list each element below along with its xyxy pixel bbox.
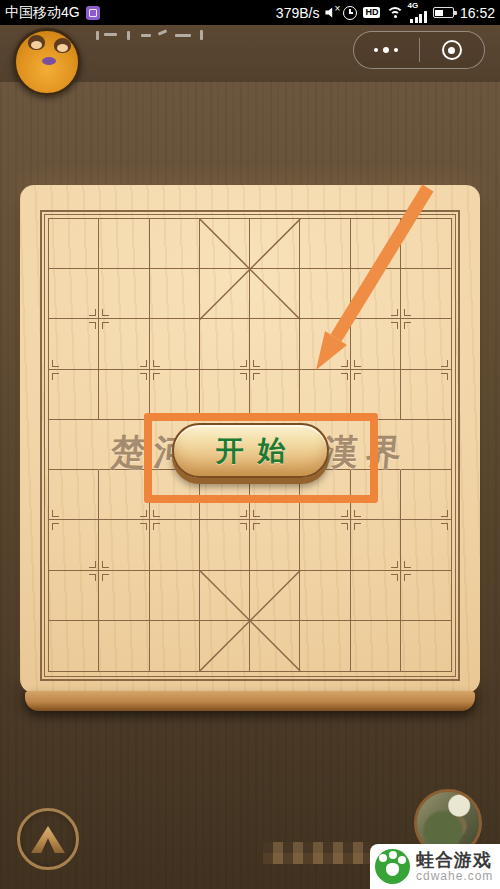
board-cell <box>200 269 250 319</box>
hd-badge: HD <box>363 7 380 18</box>
sim-app-icon <box>86 6 100 20</box>
board-cell <box>200 571 250 621</box>
board-cell <box>300 571 350 621</box>
board-cell <box>150 470 200 520</box>
signal-4g-label: 4G <box>407 1 418 10</box>
board-cell <box>351 269 401 319</box>
board-cell <box>351 520 401 570</box>
mini-program-avatar <box>13 28 81 96</box>
board-cell <box>351 621 401 671</box>
status-right: 379B/s HD 4G 16:52 <box>276 3 495 23</box>
board-cell <box>99 319 149 369</box>
alarm-clock-icon <box>343 6 357 20</box>
board-cell <box>401 621 451 671</box>
board-cell <box>49 269 99 319</box>
back-to-top-button[interactable] <box>17 808 79 870</box>
status-bar: 中国移动4G 379B/s HD 4G 16:52 <box>0 0 500 25</box>
board-cell <box>200 520 250 570</box>
board-cell <box>401 370 451 420</box>
board-cell <box>300 470 350 520</box>
board-cell <box>99 571 149 621</box>
board-cell <box>150 571 200 621</box>
mini-program-capsule <box>353 31 485 69</box>
board-cell <box>200 621 250 671</box>
board-cell <box>99 269 149 319</box>
exit-circle-button[interactable] <box>420 32 485 68</box>
board-cell <box>401 319 451 369</box>
board-cell <box>200 370 250 420</box>
board-cell <box>351 571 401 621</box>
wifi-icon <box>386 6 404 19</box>
mute-icon <box>325 7 337 19</box>
time-label: 16:52 <box>460 5 495 21</box>
net-speed-label: 379B/s <box>276 5 320 21</box>
board-cell <box>250 520 300 570</box>
app-screen: 中国移动4G 379B/s HD 4G 16:52 <box>0 0 500 889</box>
blurred-region <box>263 842 371 864</box>
board-cell <box>49 470 99 520</box>
board-cell <box>49 219 99 269</box>
carrier-label: 中国移动4G <box>5 4 80 22</box>
board-cell <box>250 319 300 369</box>
board-cell <box>250 621 300 671</box>
board-cell <box>150 319 200 369</box>
battery-icon <box>433 7 454 18</box>
more-dots-icon <box>374 47 398 53</box>
board-cell <box>401 470 451 520</box>
board-cell <box>99 621 149 671</box>
start-button[interactable]: 开始 <box>172 423 329 478</box>
chevron-up-icon <box>31 826 65 853</box>
board-cell <box>401 269 451 319</box>
board-cell <box>99 520 149 570</box>
board-cell <box>49 621 99 671</box>
board-cell <box>200 219 250 269</box>
board-cell <box>49 370 99 420</box>
watermark-brand: 蛙合游戏 <box>416 851 493 870</box>
board-cell <box>300 621 350 671</box>
board-cell <box>49 319 99 369</box>
board-cell <box>300 219 350 269</box>
more-button[interactable] <box>354 32 419 68</box>
board-cell <box>150 520 200 570</box>
board-cell <box>150 621 200 671</box>
board-cell <box>351 470 401 520</box>
board-cell <box>150 219 200 269</box>
board-cell <box>49 420 99 470</box>
board-cell <box>99 470 149 520</box>
board-cell <box>200 319 250 369</box>
board-cell <box>99 370 149 420</box>
board-cell <box>351 370 401 420</box>
board-cell <box>250 571 300 621</box>
board-cell <box>401 571 451 621</box>
board-cell <box>401 219 451 269</box>
circle-target-icon <box>442 40 462 60</box>
signal-bars-icon: 4G <box>410 3 427 23</box>
board-cell <box>99 219 149 269</box>
watermark-domain: cdwahe.com <box>416 870 493 883</box>
board-cell <box>351 219 401 269</box>
watermark: 蛙合游戏 cdwahe.com <box>370 844 500 889</box>
board-cell <box>300 319 350 369</box>
board-cell <box>300 520 350 570</box>
board-cell <box>250 370 300 420</box>
board-cell <box>49 520 99 570</box>
board-cell <box>250 219 300 269</box>
board-cell <box>401 520 451 570</box>
frog-logo-icon <box>375 849 410 884</box>
board-cell <box>150 370 200 420</box>
board-cell <box>351 319 401 369</box>
board-cell <box>300 370 350 420</box>
board-cell <box>150 269 200 319</box>
board-cell <box>49 571 99 621</box>
start-button-label: 开始 <box>202 432 300 470</box>
river-label-right: 漢界 <box>321 429 411 476</box>
status-left: 中国移动4G <box>5 4 100 22</box>
board-cell <box>250 269 300 319</box>
board-cell <box>300 269 350 319</box>
